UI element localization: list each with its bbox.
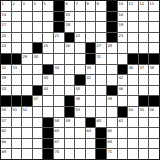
black-square-r11c7 bbox=[65, 107, 75, 117]
cell-r3c13[interactable] bbox=[128, 22, 138, 32]
cell-r10c12[interactable] bbox=[118, 96, 128, 106]
cell-r6c8[interactable] bbox=[75, 54, 85, 64]
cell-r2c15[interactable] bbox=[149, 12, 159, 22]
cell-r7c9[interactable]: 35 bbox=[86, 65, 96, 75]
black-square-r5c4 bbox=[33, 43, 43, 53]
cell-r9c7[interactable] bbox=[65, 86, 75, 96]
cell-r12c11[interactable] bbox=[107, 118, 117, 128]
cell-r15c2[interactable] bbox=[12, 149, 22, 159]
cell-r8c9[interactable]: 41 bbox=[86, 75, 96, 85]
clue-number-5: 5 bbox=[43, 1, 46, 5]
cell-r8c5[interactable]: 40 bbox=[43, 75, 53, 85]
clue-number-12: 12 bbox=[139, 1, 144, 5]
cell-r7c7[interactable] bbox=[65, 65, 75, 75]
cell-r11c3[interactable]: 52 bbox=[22, 107, 32, 117]
clue-number-29: 29 bbox=[22, 54, 27, 58]
cell-r12c14[interactable] bbox=[139, 118, 149, 128]
cell-r15c8[interactable] bbox=[75, 149, 85, 159]
cell-r12c6[interactable]: 58 bbox=[54, 118, 64, 128]
clue-number-58: 58 bbox=[54, 118, 59, 122]
clue-number-25: 25 bbox=[43, 43, 48, 47]
clue-number-15: 15 bbox=[65, 12, 70, 16]
black-square-r2c6 bbox=[54, 12, 64, 22]
cell-r9c13[interactable] bbox=[128, 86, 138, 96]
clue-number-18: 18 bbox=[65, 22, 70, 26]
cell-r4c9[interactable] bbox=[86, 33, 96, 43]
cell-r4c14[interactable] bbox=[139, 33, 149, 43]
cell-r14c7[interactable] bbox=[65, 139, 75, 149]
clue-number-32: 32 bbox=[1, 65, 6, 69]
black-square-r9c11 bbox=[107, 86, 117, 96]
cell-r9c5[interactable]: 44 bbox=[43, 86, 53, 96]
black-square-r8c8 bbox=[75, 75, 85, 85]
cell-r3c4[interactable] bbox=[33, 22, 43, 32]
cell-r9c2[interactable] bbox=[12, 86, 22, 96]
cell-r7c8[interactable] bbox=[75, 65, 85, 75]
cell-r8c3[interactable] bbox=[22, 75, 32, 85]
clue-number-60: 60 bbox=[96, 118, 101, 122]
clue-number-7: 7 bbox=[75, 1, 78, 5]
cell-r2c14[interactable] bbox=[139, 12, 149, 22]
black-square-r10c14 bbox=[139, 96, 149, 106]
cell-r10c5[interactable] bbox=[43, 96, 53, 106]
clue-number-64: 64 bbox=[86, 128, 91, 132]
clue-number-54: 54 bbox=[128, 107, 133, 111]
cell-r7c10[interactable] bbox=[96, 65, 106, 75]
black-square-r15c10 bbox=[96, 149, 106, 159]
cell-r1c10[interactable]: 9 bbox=[96, 1, 106, 11]
cell-r11c1[interactable]: 50 bbox=[1, 107, 11, 117]
clue-number-59: 59 bbox=[65, 118, 70, 122]
clue-number-36: 36 bbox=[128, 65, 133, 69]
cell-r8c14[interactable] bbox=[139, 75, 149, 85]
cell-r8c12[interactable]: 42 bbox=[118, 75, 128, 85]
cell-r12c13[interactable] bbox=[128, 118, 138, 128]
clue-number-63: 63 bbox=[54, 128, 59, 132]
clue-number-2: 2 bbox=[12, 1, 15, 5]
black-square-r9c4 bbox=[33, 86, 43, 96]
clue-number-17: 17 bbox=[1, 22, 6, 26]
cell-r12c8[interactable] bbox=[75, 118, 85, 128]
cell-r1c4[interactable]: 4 bbox=[33, 1, 43, 11]
clue-number-39: 39 bbox=[1, 75, 6, 79]
clue-number-45: 45 bbox=[75, 86, 80, 90]
cell-r4c3[interactable] bbox=[22, 33, 32, 43]
cell-r11c13[interactable]: 54 bbox=[128, 107, 138, 117]
cell-r3c3[interactable] bbox=[22, 22, 32, 32]
black-square-r1c6 bbox=[54, 1, 64, 11]
cell-r1c2[interactable]: 2 bbox=[12, 1, 22, 11]
black-square-r10c7 bbox=[65, 96, 75, 106]
clue-number-24: 24 bbox=[1, 43, 6, 47]
clue-number-65: 65 bbox=[107, 128, 112, 132]
cell-r7c1[interactable]: 32 bbox=[1, 65, 11, 75]
black-square-r14c5 bbox=[43, 139, 53, 149]
cell-r3c12[interactable]: 19 bbox=[118, 22, 128, 32]
cell-r5c8[interactable] bbox=[75, 43, 85, 53]
cell-r8c10[interactable] bbox=[96, 75, 106, 85]
cell-r15c4[interactable] bbox=[33, 149, 43, 159]
clue-number-4: 4 bbox=[33, 1, 36, 5]
clue-number-13: 13 bbox=[149, 1, 154, 5]
cell-r1c3[interactable]: 3 bbox=[22, 1, 32, 11]
black-square-r6c1 bbox=[1, 54, 11, 64]
clue-number-20: 20 bbox=[1, 33, 6, 37]
black-square-r4c7 bbox=[65, 33, 75, 43]
cell-r9c1[interactable]: 43 bbox=[1, 86, 11, 96]
black-square-r10c3 bbox=[22, 96, 32, 106]
cell-r15c3[interactable] bbox=[22, 149, 32, 159]
cell-r3c1[interactable]: 17 bbox=[1, 22, 11, 32]
cell-r13c15[interactable] bbox=[149, 128, 159, 138]
cell-r12c15[interactable] bbox=[149, 118, 159, 128]
cell-r15c12[interactable] bbox=[118, 149, 128, 159]
cell-r15c13[interactable] bbox=[128, 149, 138, 159]
cell-r9c15[interactable] bbox=[149, 86, 159, 96]
cell-r4c13[interactable] bbox=[128, 33, 138, 43]
cell-r12c12[interactable]: 61 bbox=[118, 118, 128, 128]
cell-r14c4[interactable] bbox=[33, 139, 43, 149]
black-square-r6c15 bbox=[149, 54, 159, 64]
clue-number-1: 1 bbox=[1, 1, 4, 5]
cell-r3c5[interactable] bbox=[43, 22, 53, 32]
cell-r5c13[interactable] bbox=[128, 43, 138, 53]
cell-r8c11[interactable] bbox=[107, 75, 117, 85]
black-square-r3c6 bbox=[54, 22, 64, 32]
cell-r14c13[interactable] bbox=[128, 139, 138, 149]
cell-r2c7[interactable]: 15 bbox=[65, 12, 75, 22]
cell-r10c8[interactable]: 48 bbox=[75, 96, 85, 106]
black-square-r7c12 bbox=[118, 65, 128, 75]
cell-r1c9[interactable]: 8 bbox=[86, 1, 96, 11]
cell-r5c11[interactable]: 28 bbox=[107, 43, 117, 53]
cell-r15c7[interactable] bbox=[65, 149, 75, 159]
cell-r13c4[interactable] bbox=[33, 128, 43, 138]
cell-r1c14[interactable]: 12 bbox=[139, 1, 149, 11]
black-square-r6c9 bbox=[86, 54, 96, 64]
cell-r10c11[interactable]: 49 bbox=[107, 96, 117, 106]
clue-number-44: 44 bbox=[43, 86, 48, 90]
cell-r13c6[interactable]: 63 bbox=[54, 128, 64, 138]
cell-r6c12[interactable] bbox=[118, 54, 128, 64]
cell-r12c10[interactable]: 60 bbox=[96, 118, 106, 128]
clue-number-26: 26 bbox=[65, 43, 70, 47]
cell-r4c2[interactable] bbox=[12, 33, 22, 43]
cell-r8c1[interactable]: 39 bbox=[1, 75, 11, 85]
cell-r4c4[interactable] bbox=[33, 33, 43, 43]
clue-number-40: 40 bbox=[43, 75, 48, 79]
clue-number-6: 6 bbox=[65, 1, 68, 5]
cell-r6c6[interactable] bbox=[54, 54, 64, 64]
cell-r10c13[interactable] bbox=[128, 96, 138, 106]
cell-r5c6[interactable] bbox=[54, 43, 64, 53]
clue-number-27: 27 bbox=[96, 43, 101, 47]
cell-r13c11[interactable]: 65 bbox=[107, 128, 117, 138]
cell-r4c1[interactable]: 20 bbox=[1, 33, 11, 43]
cell-r11c8[interactable]: 53 bbox=[75, 107, 85, 117]
cell-r7c14[interactable]: 37 bbox=[139, 65, 149, 75]
clue-number-8: 8 bbox=[86, 1, 89, 5]
clue-number-3: 3 bbox=[22, 1, 25, 5]
cell-r1c5[interactable]: 5 bbox=[43, 1, 53, 11]
cell-r5c3[interactable] bbox=[22, 43, 32, 53]
cell-r9c8[interactable]: 45 bbox=[75, 86, 85, 96]
cell-r13c2[interactable] bbox=[12, 128, 22, 138]
clue-number-47: 47 bbox=[33, 96, 38, 100]
cell-r15c9[interactable] bbox=[86, 149, 96, 159]
clue-number-19: 19 bbox=[118, 22, 123, 26]
clue-number-22: 22 bbox=[75, 33, 80, 37]
cell-r11c5[interactable] bbox=[43, 107, 53, 117]
black-square-r15c5 bbox=[43, 149, 53, 159]
clue-number-52: 52 bbox=[22, 107, 27, 111]
clue-number-35: 35 bbox=[86, 65, 91, 69]
crossword-grid: 1234567891011121314151617181920212223242… bbox=[0, 0, 160, 160]
cell-r5c14[interactable] bbox=[139, 43, 149, 53]
clue-number-50: 50 bbox=[1, 107, 6, 111]
cell-r6c11[interactable] bbox=[107, 54, 117, 64]
black-square-r14c10 bbox=[96, 139, 106, 149]
cell-r13c8[interactable] bbox=[75, 128, 85, 138]
cell-r2c1[interactable]: 14 bbox=[1, 12, 11, 22]
cell-r14c12[interactable] bbox=[118, 139, 128, 149]
cell-r15c11[interactable]: 71 bbox=[107, 149, 117, 159]
cell-r11c2[interactable]: 51 bbox=[12, 107, 22, 117]
cell-r13c1[interactable]: 62 bbox=[1, 128, 11, 138]
clue-number-55: 55 bbox=[139, 107, 144, 111]
black-square-r10c15 bbox=[149, 96, 159, 106]
cell-r8c7[interactable] bbox=[65, 75, 75, 85]
cell-r5c1[interactable]: 24 bbox=[1, 43, 11, 53]
cell-r15c15[interactable] bbox=[149, 149, 159, 159]
cell-r5c7[interactable]: 26 bbox=[65, 43, 75, 53]
cell-r9c6[interactable] bbox=[54, 86, 64, 96]
cell-r11c10[interactable] bbox=[96, 107, 106, 117]
clue-number-30: 30 bbox=[33, 54, 38, 58]
cell-r10c6[interactable] bbox=[54, 96, 64, 106]
cell-r2c4[interactable] bbox=[33, 12, 43, 22]
cell-r11c6[interactable] bbox=[54, 107, 64, 117]
cell-r13c9[interactable]: 64 bbox=[86, 128, 96, 138]
cell-r3c10[interactable] bbox=[96, 22, 106, 32]
cell-r14c11[interactable]: 68 bbox=[107, 139, 117, 149]
cell-r2c9[interactable] bbox=[86, 12, 96, 22]
cell-r3c15[interactable] bbox=[149, 22, 159, 32]
cell-r4c15[interactable] bbox=[149, 33, 159, 43]
cell-r9c12[interactable]: 46 bbox=[118, 86, 128, 96]
cell-r5c12[interactable] bbox=[118, 43, 128, 53]
black-square-r6c13 bbox=[128, 54, 138, 64]
black-square-r1c11 bbox=[107, 1, 117, 11]
clue-number-33: 33 bbox=[12, 65, 17, 69]
cell-r9c3[interactable] bbox=[22, 86, 32, 96]
cell-r4c12[interactable]: 23 bbox=[118, 33, 128, 43]
cell-r2c3[interactable] bbox=[22, 12, 32, 22]
cell-r15c14[interactable] bbox=[139, 149, 149, 159]
clue-number-28: 28 bbox=[107, 43, 112, 47]
black-square-r3c11 bbox=[107, 22, 117, 32]
black-square-r7c5 bbox=[43, 65, 53, 75]
cell-r6c3[interactable]: 29 bbox=[22, 54, 32, 64]
clue-number-21: 21 bbox=[54, 33, 59, 37]
cell-r13c3[interactable] bbox=[22, 128, 32, 138]
cell-r1c1[interactable]: 1 bbox=[1, 1, 11, 11]
clue-number-31: 31 bbox=[96, 54, 101, 58]
cell-r2c10[interactable] bbox=[96, 12, 106, 22]
clue-number-71: 71 bbox=[107, 149, 112, 153]
cell-r9c10[interactable] bbox=[96, 86, 106, 96]
cell-r14c2[interactable] bbox=[12, 139, 22, 149]
cell-r11c15[interactable]: 56 bbox=[149, 107, 159, 117]
cell-r12c1[interactable]: 57 bbox=[1, 118, 11, 128]
cell-r7c6[interactable]: 34 bbox=[54, 65, 64, 75]
cell-r4c10[interactable] bbox=[96, 33, 106, 43]
black-square-r6c14 bbox=[139, 54, 149, 64]
cell-r2c13[interactable] bbox=[128, 12, 138, 22]
clue-number-10: 10 bbox=[118, 1, 123, 5]
cell-r2c8[interactable] bbox=[75, 12, 85, 22]
cell-r3c9[interactable] bbox=[86, 22, 96, 32]
clue-number-68: 68 bbox=[107, 139, 112, 143]
clue-number-67: 67 bbox=[54, 139, 59, 143]
cell-r9c9[interactable] bbox=[86, 86, 96, 96]
cell-r6c4[interactable]: 30 bbox=[33, 54, 43, 64]
cell-r14c3[interactable] bbox=[22, 139, 32, 149]
black-square-r4c11 bbox=[107, 33, 117, 43]
clue-number-43: 43 bbox=[1, 86, 6, 90]
cell-r7c13[interactable]: 36 bbox=[128, 65, 138, 75]
cell-r13c14[interactable] bbox=[139, 128, 149, 138]
cell-r1c7[interactable]: 6 bbox=[65, 1, 75, 11]
black-square-r13c5 bbox=[43, 128, 53, 138]
cell-r4c5[interactable] bbox=[43, 33, 53, 43]
black-square-r11c12 bbox=[118, 107, 128, 117]
clue-number-11: 11 bbox=[128, 1, 133, 5]
cell-r3c14[interactable] bbox=[139, 22, 149, 32]
clue-number-70: 70 bbox=[54, 149, 59, 153]
cell-r5c5[interactable]: 25 bbox=[43, 43, 53, 53]
cell-r4c8[interactable]: 22 bbox=[75, 33, 85, 43]
cell-r3c7[interactable]: 18 bbox=[65, 22, 75, 32]
clue-number-53: 53 bbox=[75, 107, 80, 111]
clue-number-49: 49 bbox=[107, 96, 112, 100]
black-square-r12c5 bbox=[43, 118, 53, 128]
clue-number-66: 66 bbox=[1, 139, 6, 143]
cell-r4c6[interactable]: 21 bbox=[54, 33, 64, 43]
black-square-r10c1 bbox=[1, 96, 11, 106]
cell-r5c2[interactable] bbox=[12, 43, 22, 53]
cell-r14c9[interactable] bbox=[86, 139, 96, 149]
cell-r7c4[interactable] bbox=[33, 65, 43, 75]
black-square-r2c11 bbox=[107, 12, 117, 22]
clue-number-69: 69 bbox=[1, 149, 6, 153]
cell-r1c15[interactable]: 13 bbox=[149, 1, 159, 11]
clue-number-62: 62 bbox=[1, 128, 6, 132]
clue-number-56: 56 bbox=[149, 107, 154, 111]
cell-r13c7[interactable] bbox=[65, 128, 75, 138]
cell-r11c9[interactable] bbox=[86, 107, 96, 117]
cell-r12c7[interactable]: 59 bbox=[65, 118, 75, 128]
cell-r9c14[interactable] bbox=[139, 86, 149, 96]
cell-r1c8[interactable]: 7 bbox=[75, 1, 85, 11]
clue-number-46: 46 bbox=[118, 86, 123, 90]
black-square-r12c9 bbox=[86, 118, 96, 128]
cell-r7c2[interactable]: 33 bbox=[12, 65, 22, 75]
cell-r2c12[interactable]: 16 bbox=[118, 12, 128, 22]
clue-number-9: 9 bbox=[96, 1, 99, 5]
cell-r14c6[interactable]: 67 bbox=[54, 139, 64, 149]
cell-r8c4[interactable] bbox=[33, 75, 43, 85]
cell-r7c11[interactable] bbox=[107, 65, 117, 75]
clue-number-57: 57 bbox=[1, 118, 6, 122]
black-square-r10c2 bbox=[12, 96, 22, 106]
cell-r8c6[interactable] bbox=[54, 75, 64, 85]
clue-number-23: 23 bbox=[118, 33, 123, 37]
cell-r13c13[interactable] bbox=[128, 128, 138, 138]
cell-r10c10[interactable] bbox=[96, 96, 106, 106]
cell-r2c2[interactable] bbox=[12, 12, 22, 22]
clue-number-48: 48 bbox=[75, 96, 80, 100]
cell-r12c3[interactable] bbox=[22, 118, 32, 128]
cell-r15c1[interactable]: 69 bbox=[1, 149, 11, 159]
cell-r1c12[interactable]: 10 bbox=[118, 1, 128, 11]
clue-number-42: 42 bbox=[118, 75, 123, 79]
cell-r11c14[interactable]: 55 bbox=[139, 107, 149, 117]
cell-r11c4[interactable] bbox=[33, 107, 43, 117]
cell-r7c15[interactable]: 38 bbox=[149, 65, 159, 75]
black-square-r6c2 bbox=[12, 54, 22, 64]
clue-number-61: 61 bbox=[118, 118, 123, 122]
cell-r1c13[interactable]: 11 bbox=[128, 1, 138, 11]
cell-r3c8[interactable] bbox=[75, 22, 85, 32]
cell-r13c12[interactable] bbox=[118, 128, 128, 138]
black-square-r13c10 bbox=[96, 128, 106, 138]
clue-number-16: 16 bbox=[118, 12, 123, 16]
cell-r8c2[interactable] bbox=[12, 75, 22, 85]
cell-r14c1[interactable]: 66 bbox=[1, 139, 11, 149]
clue-number-37: 37 bbox=[139, 65, 144, 69]
cell-r10c9[interactable] bbox=[86, 96, 96, 106]
cell-r6c5[interactable] bbox=[43, 54, 53, 64]
cell-r15c6[interactable]: 70 bbox=[54, 149, 64, 159]
cell-r5c15[interactable] bbox=[149, 43, 159, 53]
cell-r5c10[interactable]: 27 bbox=[96, 43, 106, 53]
cell-r14c8[interactable] bbox=[75, 139, 85, 149]
cell-r8c15[interactable] bbox=[149, 75, 159, 85]
cell-r11c11[interactable] bbox=[107, 107, 117, 117]
cell-r14c14[interactable] bbox=[139, 139, 149, 149]
cell-r12c4[interactable] bbox=[33, 118, 43, 128]
clue-number-34: 34 bbox=[54, 65, 59, 69]
clue-number-38: 38 bbox=[149, 65, 154, 69]
cell-r6c7[interactable] bbox=[65, 54, 75, 64]
cell-r3c2[interactable] bbox=[12, 22, 22, 32]
cell-r14c15[interactable] bbox=[149, 139, 159, 149]
clue-number-41: 41 bbox=[86, 75, 91, 79]
cell-r2c5[interactable] bbox=[43, 12, 53, 22]
cell-r10c4[interactable]: 47 bbox=[33, 96, 43, 106]
black-square-r5c9 bbox=[86, 43, 96, 53]
clue-number-51: 51 bbox=[12, 107, 17, 111]
cell-r6c10[interactable]: 31 bbox=[96, 54, 106, 64]
clue-number-14: 14 bbox=[1, 12, 6, 16]
cell-r12c2[interactable] bbox=[12, 118, 22, 128]
cell-r8c13[interactable] bbox=[128, 75, 138, 85]
cell-r7c3[interactable] bbox=[22, 65, 32, 75]
